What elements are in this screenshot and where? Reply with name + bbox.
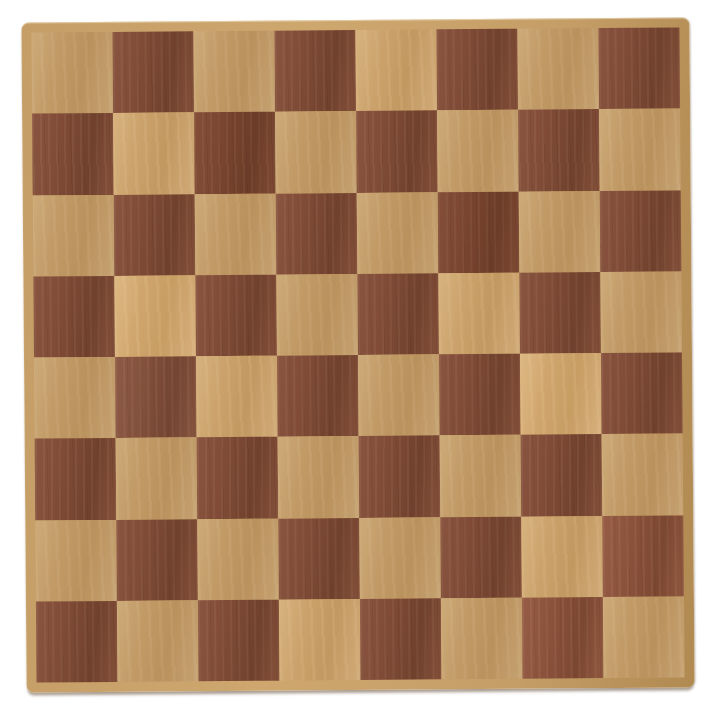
square-h7[interactable] bbox=[599, 109, 681, 191]
square-b1[interactable] bbox=[117, 600, 199, 682]
square-a5[interactable] bbox=[33, 276, 115, 358]
square-g5[interactable] bbox=[519, 272, 601, 354]
square-g2[interactable] bbox=[521, 516, 603, 598]
square-f8[interactable] bbox=[436, 29, 518, 111]
square-h8[interactable] bbox=[598, 27, 680, 109]
square-c4[interactable] bbox=[196, 356, 278, 438]
square-f3[interactable] bbox=[440, 435, 522, 517]
square-d7[interactable] bbox=[275, 111, 357, 193]
square-h5[interactable] bbox=[600, 271, 682, 353]
square-h2[interactable] bbox=[602, 515, 684, 597]
square-d8[interactable] bbox=[274, 30, 356, 112]
square-a3[interactable] bbox=[35, 438, 117, 520]
square-h4[interactable] bbox=[601, 352, 683, 434]
square-e7[interactable] bbox=[356, 111, 438, 193]
square-a1[interactable] bbox=[36, 601, 118, 683]
square-c7[interactable] bbox=[194, 112, 276, 194]
square-e2[interactable] bbox=[359, 517, 441, 599]
square-e3[interactable] bbox=[359, 436, 441, 518]
square-b3[interactable] bbox=[116, 438, 198, 520]
square-d6[interactable] bbox=[276, 193, 358, 275]
square-b2[interactable] bbox=[116, 519, 198, 601]
square-g8[interactable] bbox=[517, 28, 599, 110]
chess-board[interactable] bbox=[21, 17, 694, 692]
square-g7[interactable] bbox=[518, 109, 600, 191]
square-f2[interactable] bbox=[440, 516, 522, 598]
square-d3[interactable] bbox=[278, 436, 360, 518]
square-g6[interactable] bbox=[519, 191, 601, 273]
square-a2[interactable] bbox=[35, 519, 117, 601]
square-e6[interactable] bbox=[357, 192, 439, 274]
square-c1[interactable] bbox=[198, 599, 280, 681]
square-g3[interactable] bbox=[521, 434, 603, 516]
square-c8[interactable] bbox=[193, 31, 275, 113]
square-b7[interactable] bbox=[113, 113, 195, 195]
square-b5[interactable] bbox=[114, 275, 196, 357]
square-c2[interactable] bbox=[197, 518, 279, 600]
square-h6[interactable] bbox=[600, 190, 682, 272]
square-d4[interactable] bbox=[277, 355, 359, 437]
square-f5[interactable] bbox=[438, 272, 520, 354]
square-g4[interactable] bbox=[520, 353, 602, 435]
square-c3[interactable] bbox=[197, 437, 279, 519]
square-h1[interactable] bbox=[603, 596, 685, 678]
square-d5[interactable] bbox=[276, 274, 358, 356]
square-f6[interactable] bbox=[438, 191, 520, 273]
square-e1[interactable] bbox=[360, 598, 442, 680]
square-f7[interactable] bbox=[437, 110, 519, 192]
square-f1[interactable] bbox=[441, 597, 523, 679]
square-a7[interactable] bbox=[32, 113, 114, 195]
square-e8[interactable] bbox=[355, 29, 437, 111]
square-g1[interactable] bbox=[522, 597, 604, 679]
square-d2[interactable] bbox=[278, 517, 360, 599]
square-e5[interactable] bbox=[357, 273, 439, 355]
photo-background bbox=[0, 0, 710, 720]
square-h3[interactable] bbox=[602, 434, 684, 516]
square-a4[interactable] bbox=[34, 357, 116, 439]
square-a8[interactable] bbox=[31, 32, 113, 114]
square-f4[interactable] bbox=[439, 354, 521, 436]
square-b4[interactable] bbox=[115, 356, 197, 438]
square-c6[interactable] bbox=[195, 193, 277, 275]
square-b8[interactable] bbox=[112, 31, 194, 113]
board-grid bbox=[31, 27, 684, 682]
square-a6[interactable] bbox=[33, 194, 115, 276]
square-e4[interactable] bbox=[358, 354, 440, 436]
square-d1[interactable] bbox=[279, 599, 361, 681]
square-b6[interactable] bbox=[114, 194, 196, 276]
square-c5[interactable] bbox=[195, 274, 277, 356]
